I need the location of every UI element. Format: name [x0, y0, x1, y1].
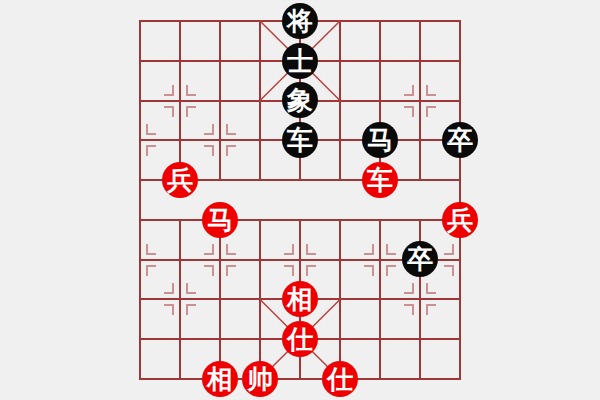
board-point-c8r5[interactable]: 兵: [440, 200, 480, 240]
board-point-c4r1[interactable]: 士: [280, 41, 320, 81]
board-point-c1r1[interactable]: [160, 41, 200, 81]
piece-red-advisor[interactable]: 仕: [322, 361, 358, 397]
board-point-c1r8[interactable]: [160, 319, 200, 359]
board-point-c3r0[interactable]: [240, 1, 280, 41]
board-point-c6r1[interactable]: [360, 41, 400, 81]
board-point-c6r2[interactable]: [360, 81, 400, 121]
board-point-c5r8[interactable]: [320, 319, 360, 359]
piece-black-elephant[interactable]: 象: [282, 82, 318, 118]
board-point-c1r3[interactable]: [160, 120, 200, 160]
piece-black-soldier[interactable]: 卒: [402, 241, 438, 277]
board-point-c8r8[interactable]: [440, 319, 480, 359]
board-point-c4r0[interactable]: 将: [280, 1, 320, 41]
board-point-c4r2[interactable]: 象: [280, 81, 320, 121]
board-point-c2r4[interactable]: [200, 160, 240, 200]
board-point-c0r8[interactable]: [120, 319, 160, 359]
board-point-c7r2[interactable]: [400, 81, 440, 121]
board-point-c8r9[interactable]: [440, 359, 480, 399]
board-point-c7r4[interactable]: [400, 160, 440, 200]
board-point-c3r5[interactable]: [240, 200, 280, 240]
board-point-c3r4[interactable]: [240, 160, 280, 200]
piece-red-advisor[interactable]: 仕: [282, 321, 318, 357]
board-point-c7r0[interactable]: [400, 1, 440, 41]
board-point-c1r2[interactable]: [160, 81, 200, 121]
piece-black-chariot[interactable]: 车: [282, 122, 318, 158]
board-point-c4r4[interactable]: [280, 160, 320, 200]
board-point-c4r3[interactable]: 车: [280, 120, 320, 160]
board-point-c5r9[interactable]: 仕: [320, 359, 360, 399]
board-point-c7r7[interactable]: [400, 279, 440, 319]
piece-red-horse[interactable]: 马: [202, 202, 238, 238]
board-point-c0r3[interactable]: [120, 120, 160, 160]
board-point-c7r8[interactable]: [400, 319, 440, 359]
board-point-c6r5[interactable]: [360, 200, 400, 240]
board-point-c6r0[interactable]: [360, 1, 400, 41]
board-point-c1r6[interactable]: [160, 240, 200, 280]
board-point-c2r3[interactable]: [200, 120, 240, 160]
board-point-c2r0[interactable]: [200, 1, 240, 41]
piece-red-soldier[interactable]: 兵: [162, 162, 198, 198]
board-point-c4r8[interactable]: 仕: [280, 319, 320, 359]
board-point-c3r7[interactable]: [240, 279, 280, 319]
board-point-c2r9[interactable]: 相: [200, 359, 240, 399]
board-point-c5r6[interactable]: [320, 240, 360, 280]
piece-red-chariot[interactable]: 车: [362, 162, 398, 198]
board-point-c5r4[interactable]: [320, 160, 360, 200]
board-point-c7r5[interactable]: [400, 200, 440, 240]
board-point-c0r0[interactable]: [120, 1, 160, 41]
board-point-c2r2[interactable]: [200, 81, 240, 121]
board-point-c2r6[interactable]: [200, 240, 240, 280]
board-point-c8r2[interactable]: [440, 81, 480, 121]
board-point-c4r9[interactable]: [280, 359, 320, 399]
board-point-c0r9[interactable]: [120, 359, 160, 399]
board-point-c5r2[interactable]: [320, 81, 360, 121]
board-point-c8r4[interactable]: [440, 160, 480, 200]
board-point-c8r6[interactable]: [440, 240, 480, 280]
board-point-c7r3[interactable]: [400, 120, 440, 160]
board-point-c8r3[interactable]: 卒: [440, 120, 480, 160]
piece-black-advisor[interactable]: 士: [282, 43, 318, 79]
board-point-c7r9[interactable]: [400, 359, 440, 399]
board-point-c7r1[interactable]: [400, 41, 440, 81]
board-point-c6r4[interactable]: 车: [360, 160, 400, 200]
piece-red-elephant[interactable]: 相: [202, 361, 238, 397]
board-point-c1r0[interactable]: [160, 1, 200, 41]
board-point-c6r9[interactable]: [360, 359, 400, 399]
board-point-c5r0[interactable]: [320, 1, 360, 41]
piece-black-horse[interactable]: 马: [362, 122, 398, 158]
board-point-c4r5[interactable]: [280, 200, 320, 240]
board-point-c3r1[interactable]: [240, 41, 280, 81]
xiangqi-board[interactable]: 将士象车马卒兵车马兵卒相仕相帅仕: [0, 0, 600, 400]
app-background: 将士象车马卒兵车马兵卒相仕相帅仕: [0, 0, 600, 400]
board-point-c8r7[interactable]: [440, 279, 480, 319]
board-point-c3r6[interactable]: [240, 240, 280, 280]
board-point-c2r1[interactable]: [200, 41, 240, 81]
board-point-c1r4[interactable]: 兵: [160, 160, 200, 200]
board-point-c0r5[interactable]: [120, 200, 160, 240]
board-point-c6r6[interactable]: [360, 240, 400, 280]
board-point-c2r8[interactable]: [200, 319, 240, 359]
board-point-c8r0[interactable]: [440, 1, 480, 41]
board-point-c3r9[interactable]: 帅: [240, 359, 280, 399]
board-point-c1r9[interactable]: [160, 359, 200, 399]
board-point-c2r5[interactable]: 马: [200, 200, 240, 240]
piece-black-soldier[interactable]: 卒: [442, 122, 478, 158]
board-point-c3r3[interactable]: [240, 120, 280, 160]
board-point-c0r1[interactable]: [120, 41, 160, 81]
piece-red-soldier[interactable]: 兵: [442, 202, 478, 238]
board-point-c2r7[interactable]: [200, 279, 240, 319]
board-point-c5r7[interactable]: [320, 279, 360, 319]
piece-red-general[interactable]: 帅: [242, 361, 278, 397]
board-point-c5r1[interactable]: [320, 41, 360, 81]
board-point-c0r4[interactable]: [120, 160, 160, 200]
board-point-c6r7[interactable]: [360, 279, 400, 319]
board-point-c5r5[interactable]: [320, 200, 360, 240]
board-point-c6r3[interactable]: 马: [360, 120, 400, 160]
board-point-c3r2[interactable]: [240, 81, 280, 121]
board-point-c0r6[interactable]: [120, 240, 160, 280]
board-point-c7r6[interactable]: 卒: [400, 240, 440, 280]
board-point-c6r8[interactable]: [360, 319, 400, 359]
piece-red-elephant[interactable]: 相: [282, 281, 318, 317]
board-point-c1r7[interactable]: [160, 279, 200, 319]
board-point-c0r2[interactable]: [120, 81, 160, 121]
board-point-c4r6[interactable]: [280, 240, 320, 280]
board-point-c3r8[interactable]: [240, 319, 280, 359]
board-point-c1r5[interactable]: [160, 200, 200, 240]
board-point-c8r1[interactable]: [440, 41, 480, 81]
piece-black-general[interactable]: 将: [282, 3, 318, 39]
board-point-c5r3[interactable]: [320, 120, 360, 160]
board-intersections-grid: 将士象车马卒兵车马兵卒相仕相帅仕: [120, 1, 480, 399]
board-point-c4r7[interactable]: 相: [280, 279, 320, 319]
board-point-c0r7[interactable]: [120, 279, 160, 319]
